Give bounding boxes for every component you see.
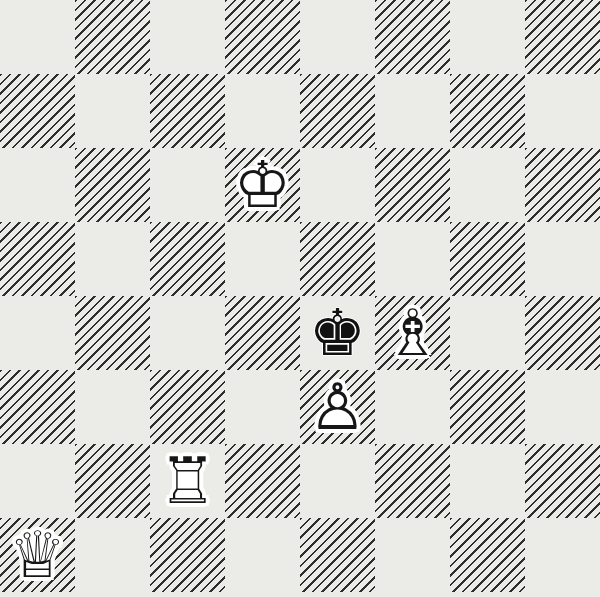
square-f2[interactable]: [375, 444, 450, 518]
square-g6[interactable]: [450, 148, 525, 222]
piece-outline-layer: ♖: [150, 444, 225, 518]
square-g3[interactable]: [450, 370, 525, 444]
chess-board: ♚♔♚♝♗♟♙♜♖♛♕: [0, 0, 600, 592]
square-c6[interactable]: [150, 148, 225, 222]
square-h1[interactable]: [525, 518, 600, 592]
square-c4[interactable]: [150, 296, 225, 370]
square-f8[interactable]: [375, 0, 450, 74]
square-b4[interactable]: [75, 296, 150, 370]
square-f3[interactable]: [375, 370, 450, 444]
piece-solid-layer: ♚: [300, 296, 375, 370]
square-g4[interactable]: [450, 296, 525, 370]
square-f4[interactable]: ♝♗: [375, 296, 450, 370]
square-a2[interactable]: [0, 444, 75, 518]
square-e7[interactable]: [300, 74, 375, 148]
piece-white-pawn[interactable]: ♟♙: [300, 370, 375, 444]
square-e1[interactable]: [300, 518, 375, 592]
square-c3[interactable]: [150, 370, 225, 444]
square-h7[interactable]: [525, 74, 600, 148]
square-h3[interactable]: [525, 370, 600, 444]
square-a3[interactable]: [0, 370, 75, 444]
square-a8[interactable]: [0, 0, 75, 74]
square-b2[interactable]: [75, 444, 150, 518]
square-b6[interactable]: [75, 148, 150, 222]
square-g8[interactable]: [450, 0, 525, 74]
square-h4[interactable]: [525, 296, 600, 370]
square-a1[interactable]: ♛♕: [0, 518, 75, 592]
square-e8[interactable]: [300, 0, 375, 74]
piece-white-rook[interactable]: ♜♖: [150, 444, 225, 518]
square-e2[interactable]: [300, 444, 375, 518]
piece-outline-layer: ♗: [375, 296, 450, 370]
square-g5[interactable]: [450, 222, 525, 296]
square-b7[interactable]: [75, 74, 150, 148]
piece-outline-layer: ♕: [0, 518, 75, 592]
square-c1[interactable]: [150, 518, 225, 592]
piece-white-queen[interactable]: ♛♕: [0, 518, 75, 592]
piece-white-king[interactable]: ♚♔: [225, 148, 300, 222]
piece-outline-layer: ♙: [300, 370, 375, 444]
chess-diagram-page: ♚♔♚♝♗♟♙♜♖♛♕: [0, 0, 600, 597]
square-e6[interactable]: [300, 148, 375, 222]
square-c5[interactable]: [150, 222, 225, 296]
square-h6[interactable]: [525, 148, 600, 222]
square-f1[interactable]: [375, 518, 450, 592]
square-b3[interactable]: [75, 370, 150, 444]
square-d2[interactable]: [225, 444, 300, 518]
square-g1[interactable]: [450, 518, 525, 592]
square-a4[interactable]: [0, 296, 75, 370]
square-b1[interactable]: [75, 518, 150, 592]
square-h5[interactable]: [525, 222, 600, 296]
square-f7[interactable]: [375, 74, 450, 148]
square-e3[interactable]: ♟♙: [300, 370, 375, 444]
square-e4[interactable]: ♚: [300, 296, 375, 370]
square-b5[interactable]: [75, 222, 150, 296]
square-b8[interactable]: [75, 0, 150, 74]
square-c2[interactable]: ♜♖: [150, 444, 225, 518]
square-e5[interactable]: [300, 222, 375, 296]
square-a6[interactable]: [0, 148, 75, 222]
square-f6[interactable]: [375, 148, 450, 222]
piece-white-bishop[interactable]: ♝♗: [375, 296, 450, 370]
square-d3[interactable]: [225, 370, 300, 444]
square-a5[interactable]: [0, 222, 75, 296]
piece-black-king[interactable]: ♚: [300, 296, 375, 370]
square-d1[interactable]: [225, 518, 300, 592]
square-g7[interactable]: [450, 74, 525, 148]
square-c8[interactable]: [150, 0, 225, 74]
square-f5[interactable]: [375, 222, 450, 296]
square-d5[interactable]: [225, 222, 300, 296]
square-d6[interactable]: ♚♔: [225, 148, 300, 222]
square-a7[interactable]: [0, 74, 75, 148]
piece-outline-layer: ♔: [225, 148, 300, 222]
square-d4[interactable]: [225, 296, 300, 370]
square-d7[interactable]: [225, 74, 300, 148]
square-h8[interactable]: [525, 0, 600, 74]
square-g2[interactable]: [450, 444, 525, 518]
square-d8[interactable]: [225, 0, 300, 74]
square-c7[interactable]: [150, 74, 225, 148]
square-h2[interactable]: [525, 444, 600, 518]
